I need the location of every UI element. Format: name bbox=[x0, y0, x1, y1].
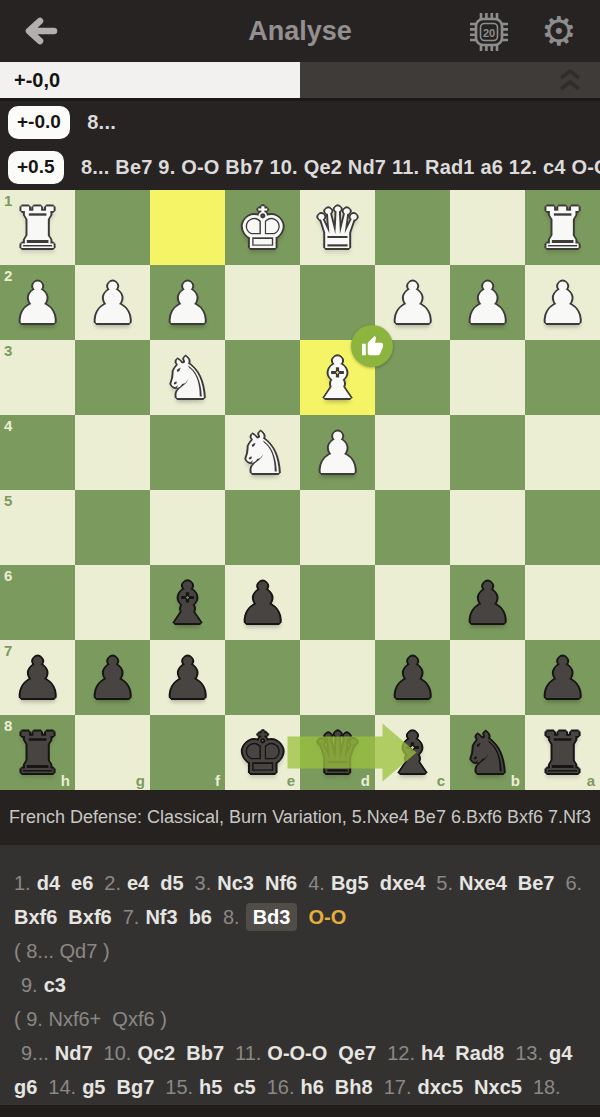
move-number: 13. bbox=[515, 1042, 543, 1064]
gear-icon: ⚙ bbox=[541, 8, 577, 54]
move-g4[interactable]: g4 bbox=[549, 1042, 572, 1064]
square-h2[interactable]: 2♟ bbox=[0, 265, 75, 340]
piece-black-bishop: ♝ bbox=[150, 567, 225, 642]
settings-button[interactable]: ⚙ bbox=[536, 6, 582, 56]
move-list: 1.d4e62.e4d53.Nc3Nf64.Bg5dxe45.Nxe4Be76.… bbox=[0, 845, 600, 1105]
evaluation-value: +-0,0 bbox=[14, 62, 60, 98]
move-number: 12. bbox=[387, 1042, 415, 1064]
square-g6[interactable] bbox=[75, 565, 150, 640]
piece-black-pawn: ♟ bbox=[75, 642, 150, 717]
move-Nxe4[interactable]: Nxe4 bbox=[459, 872, 507, 894]
move-O-O-O[interactable]: O-O-O bbox=[267, 1042, 327, 1064]
square-b6[interactable]: ♟ bbox=[450, 565, 525, 640]
square-c7[interactable]: ♟ bbox=[375, 640, 450, 715]
square-e2[interactable] bbox=[225, 265, 300, 340]
move-number: 17. bbox=[384, 1076, 412, 1098]
move-d4[interactable]: d4 bbox=[37, 872, 60, 894]
move-list-line-4: 9.c3 bbox=[14, 968, 600, 1002]
move-d5[interactable]: d5 bbox=[160, 872, 183, 894]
square-b2[interactable]: ♟ bbox=[450, 265, 525, 340]
move-Rad8[interactable]: Rad8 bbox=[455, 1042, 504, 1064]
square-h3[interactable]: 3 bbox=[0, 340, 75, 415]
square-f8[interactable]: f bbox=[150, 715, 225, 790]
move-number: 11. bbox=[235, 1042, 261, 1064]
square-b1[interactable] bbox=[450, 190, 525, 265]
move-Bxf6[interactable]: Bxf6 bbox=[14, 906, 57, 928]
square-c5[interactable] bbox=[375, 490, 450, 565]
move-number: 5. bbox=[436, 872, 453, 894]
square-e8[interactable]: e♚ bbox=[225, 715, 300, 790]
move-e4[interactable]: e4 bbox=[127, 872, 149, 894]
move-list-line-1: 1.d4e62.e4d53.Nc3Nf64.Bg5dxe45.Nxe4Be76. bbox=[14, 866, 600, 900]
square-d5[interactable] bbox=[300, 490, 375, 565]
square-a5[interactable] bbox=[525, 490, 600, 565]
square-h7[interactable]: 7♟ bbox=[0, 640, 75, 715]
piece-white-pawn: ♟ bbox=[150, 267, 225, 342]
square-g8[interactable]: g bbox=[75, 715, 150, 790]
move-Be7[interactable]: Be7 bbox=[518, 872, 555, 894]
rank-label-8: 8 bbox=[4, 717, 12, 734]
piece-white-knight: ♞ bbox=[225, 417, 300, 492]
piece-black-pawn: ♟ bbox=[525, 642, 600, 717]
square-a2[interactable]: ♟ bbox=[525, 265, 600, 340]
current-move-Bd3[interactable]: Bd3 bbox=[246, 903, 298, 931]
square-f5[interactable] bbox=[150, 490, 225, 565]
move-Bg7[interactable]: Bg7 bbox=[117, 1076, 155, 1098]
square-e4[interactable]: ♞ bbox=[225, 415, 300, 490]
rank-label-7: 7 bbox=[4, 642, 12, 659]
analysis-screen: Analyse 20 ⚙ +-0,0 bbox=[0, 0, 600, 1117]
move-Qc2[interactable]: Qc2 bbox=[137, 1042, 175, 1064]
file-label-b: b bbox=[511, 772, 520, 789]
move-c5[interactable]: c5 bbox=[233, 1076, 255, 1098]
engine-line-2-eval-badge: +0.5 bbox=[8, 151, 64, 184]
move-list-line-2: Bxf6Bxf67.Nf3b68.Bd3O-O bbox=[14, 900, 600, 934]
rank-label-4: 4 bbox=[4, 417, 12, 434]
file-label-a: a bbox=[587, 772, 595, 789]
square-f7[interactable]: ♟ bbox=[150, 640, 225, 715]
square-f3[interactable]: ♞ bbox=[150, 340, 225, 415]
square-d8[interactable]: d♛ bbox=[300, 715, 375, 790]
move-list-line-7: g614.g5Bg715.h5c516.h6Bh817.dxc5Nxc518. bbox=[14, 1070, 600, 1104]
rank-label-2: 2 bbox=[4, 267, 12, 284]
file-label-d: d bbox=[361, 772, 370, 789]
move-b6[interactable]: b6 bbox=[189, 906, 212, 928]
move-list-line-3: ( 8... Qd7 ) bbox=[14, 934, 600, 968]
square-g2[interactable]: ♟ bbox=[75, 265, 150, 340]
piece-white-pawn: ♟ bbox=[75, 267, 150, 342]
move-O-O[interactable]: O-O bbox=[308, 906, 346, 928]
move-Bb7[interactable]: Bb7 bbox=[186, 1042, 224, 1064]
piece-white-pawn: ♟ bbox=[300, 417, 375, 492]
square-c2[interactable]: ♟ bbox=[375, 265, 450, 340]
move-dxc5[interactable]: dxc5 bbox=[417, 1076, 463, 1098]
move-Qe7[interactable]: Qe7 bbox=[338, 1042, 376, 1064]
move-Nf3[interactable]: Nf3 bbox=[145, 906, 177, 928]
opening-bar: French Defense: Classical, Burn Variatio… bbox=[0, 790, 600, 845]
square-c6[interactable] bbox=[375, 565, 450, 640]
move-number: 2. bbox=[104, 872, 121, 894]
move-Nd7[interactable]: Nd7 bbox=[55, 1042, 93, 1064]
engine-line-1-moves: 8... bbox=[87, 111, 116, 134]
svg-text:20: 20 bbox=[483, 27, 495, 39]
piece-white-knight: ♞ bbox=[150, 342, 225, 417]
piece-white-pawn: ♟ bbox=[525, 267, 600, 342]
move-number: 1. bbox=[14, 872, 31, 894]
move-number: 10. bbox=[104, 1042, 132, 1064]
square-e1[interactable]: ♚ bbox=[225, 190, 300, 265]
move-h5[interactable]: h5 bbox=[199, 1076, 222, 1098]
square-e3[interactable] bbox=[225, 340, 300, 415]
engine-line-1-eval-badge: +-0.0 bbox=[8, 106, 70, 139]
square-b8[interactable]: b♞ bbox=[450, 715, 525, 790]
engine-lines-panel: +-0.0 8... +0.5 8... Be7 9. O-O Bb7 10. … bbox=[0, 101, 600, 190]
square-a8[interactable]: a♜ bbox=[525, 715, 600, 790]
variation-text: ( 9. Nxf6+ Qxf6 ) bbox=[14, 1008, 167, 1030]
piece-black-pawn: ♟ bbox=[450, 567, 525, 642]
square-h8[interactable]: 8h♜ bbox=[0, 715, 75, 790]
move-number: 4. bbox=[308, 872, 325, 894]
rank-label-1: 1 bbox=[4, 192, 12, 209]
square-e5[interactable] bbox=[225, 490, 300, 565]
engine-line-2[interactable]: +0.5 8... Be7 9. O-O Bb7 10. Qe2 Nd7 11.… bbox=[0, 151, 600, 185]
square-d7[interactable] bbox=[300, 640, 375, 715]
move-g5[interactable]: g5 bbox=[82, 1076, 105, 1098]
square-a4[interactable] bbox=[525, 415, 600, 490]
piece-white-rook: ♜ bbox=[525, 192, 600, 267]
rank-label-5: 5 bbox=[4, 492, 12, 509]
piece-black-pawn: ♟ bbox=[150, 642, 225, 717]
move-number: 8. bbox=[223, 906, 240, 928]
square-h6[interactable]: 6 bbox=[0, 565, 75, 640]
square-h4[interactable]: 4 bbox=[0, 415, 75, 490]
move-Bh8[interactable]: Bh8 bbox=[335, 1076, 373, 1098]
square-d4[interactable]: ♟ bbox=[300, 415, 375, 490]
move-h4[interactable]: h4 bbox=[421, 1042, 444, 1064]
square-g4[interactable] bbox=[75, 415, 150, 490]
square-b4[interactable] bbox=[450, 415, 525, 490]
move-number: 7. bbox=[123, 906, 140, 928]
move-Nxc5[interactable]: Nxc5 bbox=[474, 1076, 522, 1098]
cpu-chip-icon: 20 bbox=[466, 9, 512, 55]
file-label-h: h bbox=[61, 772, 70, 789]
move-list-line-6: 9...Nd710.Qc2Bb711.O-O-OQe712.h4Rad813.g… bbox=[14, 1036, 600, 1070]
square-a1[interactable]: ♜ bbox=[525, 190, 600, 265]
move-number: 15. bbox=[165, 1076, 193, 1098]
piece-white-pawn: ♟ bbox=[450, 267, 525, 342]
square-g3[interactable] bbox=[75, 340, 150, 415]
engine-button[interactable]: 20 bbox=[466, 9, 512, 55]
file-label-c: c bbox=[437, 772, 445, 789]
rank-label-3: 3 bbox=[4, 342, 12, 359]
square-g1[interactable] bbox=[75, 190, 150, 265]
bottom-cutoff-strip bbox=[0, 1105, 600, 1117]
square-f2[interactable]: ♟ bbox=[150, 265, 225, 340]
square-d1[interactable]: ♛ bbox=[300, 190, 375, 265]
move-e6[interactable]: e6 bbox=[71, 872, 93, 894]
square-b7[interactable] bbox=[450, 640, 525, 715]
rank-label-6: 6 bbox=[4, 567, 12, 584]
square-h1[interactable]: 1♜ bbox=[0, 190, 75, 265]
variation-text: ( 8... Qd7 ) bbox=[14, 940, 110, 962]
move-number: 16. bbox=[267, 1076, 295, 1098]
square-a7[interactable]: ♟ bbox=[525, 640, 600, 715]
square-c8[interactable]: c♝ bbox=[375, 715, 450, 790]
file-label-g: g bbox=[136, 772, 145, 789]
move-dxe4[interactable]: dxe4 bbox=[380, 872, 426, 894]
collapse-lines-icon[interactable] bbox=[556, 69, 584, 95]
move-Nc3[interactable]: Nc3 bbox=[217, 872, 254, 894]
piece-white-queen: ♛ bbox=[300, 192, 375, 267]
square-b5[interactable] bbox=[450, 490, 525, 565]
evaluation-bar: +-0,0 bbox=[0, 62, 600, 98]
move-Bg5[interactable]: Bg5 bbox=[331, 872, 369, 894]
square-f6[interactable]: ♝ bbox=[150, 565, 225, 640]
move-number: 9. bbox=[21, 974, 38, 996]
thumbs-up-icon bbox=[361, 335, 384, 358]
opening-name: French Defense: Classical, Burn Variatio… bbox=[9, 807, 591, 828]
move-c3[interactable]: c3 bbox=[44, 974, 66, 996]
file-label-f: f bbox=[215, 772, 220, 789]
move-Nf6[interactable]: Nf6 bbox=[265, 872, 297, 894]
engine-line-1[interactable]: +-0.0 8... bbox=[0, 106, 600, 140]
piece-white-king: ♚ bbox=[225, 192, 300, 267]
square-c1[interactable] bbox=[375, 190, 450, 265]
square-b3[interactable] bbox=[450, 340, 525, 415]
chess-board: 1♜♚♛♜2♟♟♟♟♟♟3♞♝4♞♟56♝♟♟7♟♟♟♟♟8h♜gfe♚d♛c♝… bbox=[0, 190, 600, 790]
square-d6[interactable] bbox=[300, 565, 375, 640]
move-g6[interactable]: g6 bbox=[14, 1076, 37, 1098]
square-h5[interactable]: 5 bbox=[0, 490, 75, 565]
piece-black-pawn: ♟ bbox=[225, 567, 300, 642]
move-number: 18. bbox=[533, 1076, 561, 1098]
square-f4[interactable] bbox=[150, 415, 225, 490]
square-e7[interactable] bbox=[225, 640, 300, 715]
square-c4[interactable] bbox=[375, 415, 450, 490]
move-number: 3. bbox=[195, 872, 212, 894]
board-grid: 1♜♚♛♜2♟♟♟♟♟♟3♞♝4♞♟56♝♟♟7♟♟♟♟♟8h♜gfe♚d♛c♝… bbox=[0, 190, 600, 790]
square-e6[interactable]: ♟ bbox=[225, 565, 300, 640]
piece-black-pawn: ♟ bbox=[375, 642, 450, 717]
move-list-line-5: ( 9. Nxf6+ Qxf6 ) bbox=[14, 1002, 600, 1036]
top-bar: Analyse 20 ⚙ bbox=[0, 0, 600, 62]
move-number: 6. bbox=[565, 872, 582, 894]
square-f1[interactable] bbox=[150, 190, 225, 265]
file-label-e: e bbox=[287, 772, 295, 789]
engine-line-2-moves: 8... Be7 9. O-O Bb7 10. Qe2 Nd7 11. Rad1… bbox=[81, 156, 600, 179]
move-number: 14. bbox=[48, 1076, 76, 1098]
square-a6[interactable] bbox=[525, 565, 600, 640]
move-number: 9... bbox=[21, 1042, 49, 1064]
square-g7[interactable]: ♟ bbox=[75, 640, 150, 715]
square-g5[interactable] bbox=[75, 490, 150, 565]
good-move-badge bbox=[351, 325, 393, 367]
move-h6[interactable]: h6 bbox=[301, 1076, 324, 1098]
move-Bxf6[interactable]: Bxf6 bbox=[68, 906, 111, 928]
square-a3[interactable] bbox=[525, 340, 600, 415]
